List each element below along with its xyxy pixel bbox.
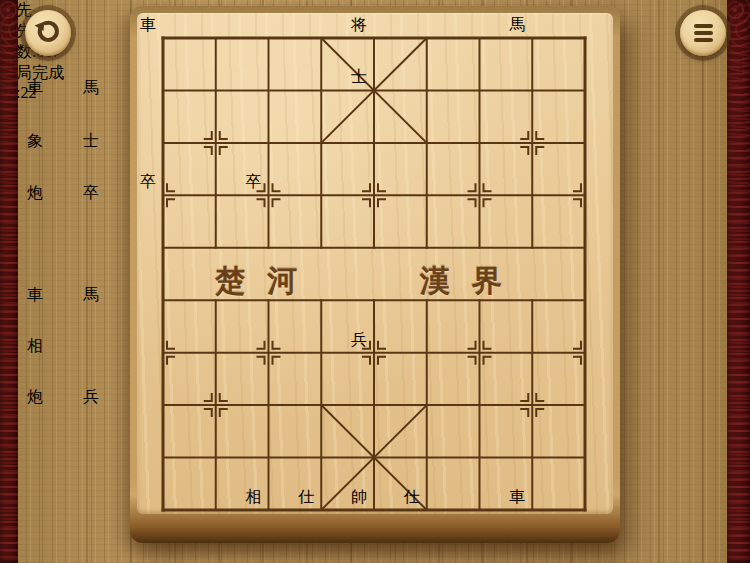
board-piece-red-相[interactable]: 相 bbox=[246, 487, 292, 533]
tray-piece-red-炮[interactable]: 炮 bbox=[27, 387, 73, 433]
piece-character: 車 bbox=[27, 79, 43, 96]
piece-character: 車 bbox=[27, 286, 43, 303]
board-piece-red-車[interactable]: 車 bbox=[509, 487, 555, 533]
menu-button[interactable] bbox=[680, 10, 726, 56]
piece-character: 象 bbox=[27, 132, 43, 149]
tray-piece-black-士[interactable]: 士 bbox=[83, 131, 129, 177]
piece-character: 馬 bbox=[509, 16, 525, 33]
river-label-han-jie: 漢界 bbox=[420, 261, 524, 302]
tray-piece-red-馬[interactable]: 馬 bbox=[83, 285, 129, 331]
piece-character: 車 bbox=[509, 488, 525, 505]
board-piece-red-兵[interactable]: 兵 bbox=[351, 330, 397, 376]
board-piece-black-車[interactable]: 車 bbox=[140, 15, 186, 61]
piece-character: 馬 bbox=[83, 79, 99, 96]
piece-character: 仕 bbox=[298, 488, 314, 505]
tray-piece-black-象[interactable]: 象 bbox=[27, 131, 73, 177]
tray-piece-red-兵[interactable]: 兵 bbox=[83, 387, 129, 433]
piece-character: 炮 bbox=[27, 184, 43, 201]
undo-icon bbox=[31, 16, 65, 50]
river-label-chu-he: 楚河 bbox=[215, 261, 319, 302]
board-piece-red-帥[interactable]: 帥 bbox=[351, 487, 397, 533]
piece-character: 卒 bbox=[140, 173, 156, 190]
piece-character: 卒 bbox=[246, 173, 262, 190]
board-piece-black-馬[interactable]: 馬 bbox=[509, 15, 555, 61]
piece-character: 相 bbox=[27, 337, 43, 354]
piece-character: 相 bbox=[246, 488, 262, 505]
tray-piece-black-卒[interactable]: 卒 bbox=[83, 183, 129, 229]
undo-button[interactable] bbox=[25, 10, 71, 56]
board-piece-red-仕[interactable]: 仕 bbox=[404, 487, 450, 533]
piece-character: 士 bbox=[83, 132, 99, 149]
board-piece-black-将[interactable]: 将 bbox=[351, 15, 397, 61]
app-stage: 楚河 漢界 車将馬士卒卒兵相仕帥仕車 車馬象士炮卒車馬相炮兵 红先 黑先 点数:… bbox=[0, 0, 750, 563]
piece-character: 兵 bbox=[83, 388, 99, 405]
piece-character: 帥 bbox=[351, 488, 367, 505]
left-decor-border bbox=[0, 0, 18, 563]
piece-character: 士 bbox=[351, 68, 367, 85]
tray-piece-black-馬[interactable]: 馬 bbox=[83, 78, 129, 124]
piece-character: 将 bbox=[351, 16, 367, 33]
piece-character: 卒 bbox=[83, 184, 99, 201]
tray-piece-black-炮[interactable]: 炮 bbox=[27, 183, 73, 229]
board-piece-red-仕[interactable]: 仕 bbox=[298, 487, 344, 533]
tray-piece-black-車[interactable]: 車 bbox=[27, 78, 73, 124]
piece-character: 仕 bbox=[404, 488, 420, 505]
hamburger-menu-icon bbox=[694, 24, 713, 42]
piece-character: 馬 bbox=[83, 286, 99, 303]
tray-piece-red-相[interactable]: 相 bbox=[27, 336, 73, 382]
piece-character: 炮 bbox=[27, 388, 43, 405]
board-piece-black-卒[interactable]: 卒 bbox=[140, 172, 186, 218]
board-piece-black-卒[interactable]: 卒 bbox=[246, 172, 292, 218]
piece-character: 車 bbox=[140, 16, 156, 33]
tray-piece-red-車[interactable]: 車 bbox=[27, 285, 73, 331]
piece-character: 兵 bbox=[351, 331, 367, 348]
right-decor-border bbox=[727, 0, 750, 563]
